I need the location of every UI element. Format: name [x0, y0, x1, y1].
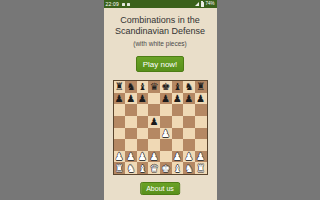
chess-board: ♜♞♝♛♚♝♞♜♟♟♟♟♟♟♟♟♟♟♟♟♟♟♟♟♜♞♝♛♚♝♞♜	[113, 80, 208, 175]
piece-black-pawn: ♟	[161, 93, 170, 104]
square-f7[interactable]: ♟	[172, 93, 184, 105]
square-a1[interactable]: ♜	[114, 162, 126, 174]
square-d1[interactable]: ♛	[148, 162, 160, 174]
piece-black-knight: ♞	[126, 81, 135, 92]
square-c5[interactable]	[137, 116, 149, 128]
piece-white-pawn: ♟	[126, 151, 135, 162]
square-g2[interactable]: ♟	[183, 151, 195, 163]
square-c1[interactable]: ♝	[137, 162, 149, 174]
square-e8[interactable]: ♚	[160, 81, 172, 93]
square-a6[interactable]	[114, 104, 126, 116]
square-g8[interactable]: ♞	[183, 81, 195, 93]
square-a5[interactable]	[114, 116, 126, 128]
piece-white-pawn: ♟	[196, 151, 205, 162]
square-d4[interactable]	[148, 128, 160, 140]
notification-icon	[122, 3, 125, 6]
square-e2[interactable]	[160, 151, 172, 163]
piece-black-rook: ♜	[115, 81, 124, 92]
square-b2[interactable]: ♟	[125, 151, 137, 163]
status-bar: 22:09 74%	[104, 0, 217, 8]
status-time: 22:09	[106, 0, 120, 8]
square-f1[interactable]: ♝	[172, 162, 184, 174]
square-d5[interactable]: ♟	[148, 116, 160, 128]
square-f5[interactable]	[172, 116, 184, 128]
square-c2[interactable]: ♟	[137, 151, 149, 163]
square-d8[interactable]: ♛	[148, 81, 160, 93]
square-a8[interactable]: ♜	[114, 81, 126, 93]
piece-black-pawn: ♟	[138, 93, 147, 104]
piece-white-bishop: ♝	[173, 163, 182, 174]
signal-icon	[195, 2, 199, 6]
piece-black-pawn: ♟	[196, 93, 205, 104]
square-g3[interactable]	[183, 139, 195, 151]
square-b8[interactable]: ♞	[125, 81, 137, 93]
page-title: Combinations in the Scandinavian Defense	[108, 15, 212, 36]
square-e4[interactable]: ♟	[160, 128, 172, 140]
square-e3[interactable]	[160, 139, 172, 151]
piece-black-pawn: ♟	[115, 93, 124, 104]
square-b7[interactable]: ♟	[125, 93, 137, 105]
square-a7[interactable]: ♟	[114, 93, 126, 105]
square-g6[interactable]	[183, 104, 195, 116]
piece-white-knight: ♞	[126, 163, 135, 174]
piece-black-queen: ♛	[150, 81, 159, 92]
piece-white-pawn: ♟	[185, 151, 194, 162]
square-h6[interactable]	[195, 104, 207, 116]
square-h5[interactable]	[195, 116, 207, 128]
piece-white-rook: ♜	[196, 163, 205, 174]
square-d3[interactable]	[148, 139, 160, 151]
square-c6[interactable]	[137, 104, 149, 116]
piece-black-bishop: ♝	[138, 81, 147, 92]
square-c7[interactable]: ♟	[137, 93, 149, 105]
square-f8[interactable]: ♝	[172, 81, 184, 93]
piece-black-pawn: ♟	[150, 116, 159, 127]
square-c3[interactable]	[137, 139, 149, 151]
piece-black-pawn: ♟	[126, 93, 135, 104]
piece-black-king: ♚	[161, 81, 170, 92]
piece-black-knight: ♞	[185, 81, 194, 92]
play-now-button[interactable]: Play now!	[136, 56, 185, 72]
piece-white-pawn: ♟	[115, 151, 124, 162]
about-us-button[interactable]: About us	[140, 182, 180, 195]
piece-white-king: ♚	[161, 163, 170, 174]
square-e6[interactable]	[160, 104, 172, 116]
square-a2[interactable]: ♟	[114, 151, 126, 163]
piece-white-pawn: ♟	[138, 151, 147, 162]
square-f3[interactable]	[172, 139, 184, 151]
piece-white-queen: ♛	[150, 163, 159, 174]
square-d6[interactable]	[148, 104, 160, 116]
square-h7[interactable]: ♟	[195, 93, 207, 105]
square-b3[interactable]	[125, 139, 137, 151]
piece-white-knight: ♞	[185, 163, 194, 174]
piece-black-rook: ♜	[196, 81, 205, 92]
battery-icon	[201, 2, 204, 7]
square-b1[interactable]: ♞	[125, 162, 137, 174]
square-e1[interactable]: ♚	[160, 162, 172, 174]
square-g5[interactable]	[183, 116, 195, 128]
square-c8[interactable]: ♝	[137, 81, 149, 93]
page-subtitle: (with white pieces)	[104, 40, 217, 47]
square-h4[interactable]	[195, 128, 207, 140]
piece-white-bishop: ♝	[138, 163, 147, 174]
square-h1[interactable]: ♜	[195, 162, 207, 174]
square-b6[interactable]	[125, 104, 137, 116]
piece-black-pawn: ♟	[185, 93, 194, 104]
square-e7[interactable]: ♟	[160, 93, 172, 105]
square-h2[interactable]: ♟	[195, 151, 207, 163]
piece-white-rook: ♜	[115, 163, 124, 174]
piece-white-pawn: ♟	[150, 151, 159, 162]
square-g1[interactable]: ♞	[183, 162, 195, 174]
square-b5[interactable]	[125, 116, 137, 128]
square-d7[interactable]	[148, 93, 160, 105]
square-d2[interactable]: ♟	[148, 151, 160, 163]
square-b4[interactable]	[125, 128, 137, 140]
notification-icon	[127, 3, 130, 6]
square-h8[interactable]: ♜	[195, 81, 207, 93]
square-e5[interactable]	[160, 116, 172, 128]
piece-black-bishop: ♝	[173, 81, 182, 92]
square-g7[interactable]: ♟	[183, 93, 195, 105]
square-f4[interactable]	[172, 128, 184, 140]
square-c4[interactable]	[137, 128, 149, 140]
square-f2[interactable]: ♟	[172, 151, 184, 163]
battery-percent: 74%	[205, 0, 214, 8]
app-screen: 22:09 74% Combinations in the Scandinavi…	[104, 0, 217, 200]
piece-black-pawn: ♟	[173, 93, 182, 104]
piece-white-pawn: ♟	[173, 151, 182, 162]
notification-icons	[122, 3, 130, 6]
square-f6[interactable]	[172, 104, 184, 116]
square-a3[interactable]	[114, 139, 126, 151]
square-g4[interactable]	[183, 128, 195, 140]
square-h3[interactable]	[195, 139, 207, 151]
piece-white-pawn: ♟	[161, 128, 170, 139]
square-a4[interactable]	[114, 128, 126, 140]
